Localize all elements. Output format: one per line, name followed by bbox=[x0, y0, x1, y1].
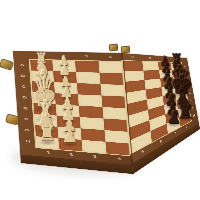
square-h1 bbox=[36, 136, 59, 149]
file-label: F bbox=[190, 99, 192, 102]
rank-label: 2 bbox=[61, 54, 65, 58]
square-a2 bbox=[52, 60, 76, 72]
rank-label: 3 bbox=[84, 55, 88, 59]
file-label: D bbox=[188, 85, 190, 88]
square-h3 bbox=[82, 140, 107, 154]
square-b4 bbox=[100, 73, 125, 85]
brass-hinge-icon bbox=[109, 44, 118, 51]
rank-label: 5 bbox=[131, 56, 134, 59]
file-label: E bbox=[189, 92, 191, 95]
board-left-half: ABCDEFGH11223344 bbox=[13, 51, 133, 174]
rank-label: 8 bbox=[174, 58, 176, 60]
square-a5 bbox=[123, 61, 144, 71]
chess-set-photo: ABCDEFGH11223344 ABCDEFGH55667788 ♜♞♝♛♚♝… bbox=[0, 0, 200, 200]
rank-label: 2 bbox=[69, 153, 73, 157]
file-label: C bbox=[21, 84, 26, 88]
file-label: G bbox=[24, 128, 29, 132]
rank-label: 4 bbox=[108, 55, 112, 59]
rank-label: 1 bbox=[39, 54, 43, 58]
rank-label: 7 bbox=[163, 58, 165, 61]
file-label: B bbox=[185, 72, 187, 74]
brass-latch-icon bbox=[0, 58, 14, 71]
file-label: F bbox=[24, 117, 28, 121]
square-a3 bbox=[75, 61, 99, 73]
brass-hinge-icon bbox=[121, 45, 130, 52]
file-label: H bbox=[25, 139, 30, 143]
file-label: B bbox=[21, 74, 26, 78]
square-a1 bbox=[30, 60, 53, 72]
file-label: E bbox=[23, 106, 28, 110]
rank-label: 1 bbox=[46, 151, 50, 155]
square-b3 bbox=[76, 72, 101, 84]
rank-label: 4 bbox=[117, 157, 121, 161]
rank-label: 3 bbox=[93, 155, 97, 159]
file-label: A bbox=[184, 65, 186, 67]
square-h2 bbox=[58, 138, 82, 151]
file-label: C bbox=[186, 78, 188, 81]
file-label: A bbox=[20, 63, 25, 67]
square-h4 bbox=[105, 142, 131, 156]
board-right-half: ABCDEFGH55667788 bbox=[122, 53, 200, 174]
file-label: D bbox=[22, 95, 27, 99]
square-a4 bbox=[99, 61, 124, 73]
rank-label: 6 bbox=[149, 57, 152, 60]
